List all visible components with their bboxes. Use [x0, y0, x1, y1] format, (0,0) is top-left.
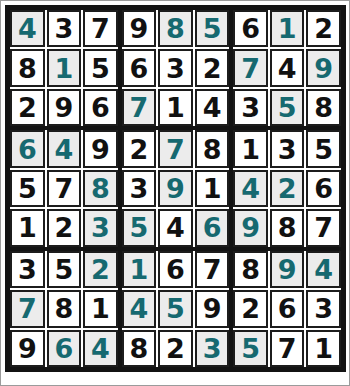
cell-r8c8[interactable]: 6	[270, 290, 305, 327]
box-0-0: 437815296	[10, 10, 118, 126]
cell-r3c7[interactable]: 3	[233, 89, 268, 126]
cell-r7c7[interactable]: 8	[233, 251, 268, 288]
cell-r4c9[interactable]: 5	[306, 130, 341, 167]
cell-r7c8[interactable]: 9	[270, 251, 305, 288]
cell-r3c5[interactable]: 1	[158, 89, 193, 126]
box-2-1: 167459823	[122, 251, 230, 367]
cell-r9c4[interactable]: 8	[122, 330, 157, 367]
cell-r6c7[interactable]: 9	[233, 209, 268, 246]
cell-r4c1[interactable]: 6	[10, 130, 45, 167]
cell-r1c8[interactable]: 1	[270, 10, 305, 47]
sudoku-board: 4378152969856327146127493586495781232783…	[5, 5, 346, 372]
cell-r7c1[interactable]: 3	[10, 251, 45, 288]
cell-r6c6[interactable]: 6	[195, 209, 230, 246]
cell-r4c6[interactable]: 8	[195, 130, 230, 167]
cell-r2c6[interactable]: 2	[195, 49, 230, 86]
cell-r2c1[interactable]: 8	[10, 49, 45, 86]
cell-r2c3[interactable]: 5	[83, 49, 118, 86]
cell-r8c5[interactable]: 5	[158, 290, 193, 327]
cell-r3c9[interactable]: 8	[306, 89, 341, 126]
cell-r2c8[interactable]: 4	[270, 49, 305, 86]
cell-r3c6[interactable]: 4	[195, 89, 230, 126]
cell-r6c3[interactable]: 3	[83, 209, 118, 246]
cell-r1c5[interactable]: 8	[158, 10, 193, 47]
cell-r2c2[interactable]: 1	[47, 49, 82, 86]
cell-r7c4[interactable]: 1	[122, 251, 157, 288]
cell-r6c4[interactable]: 5	[122, 209, 157, 246]
cell-r9c6[interactable]: 3	[195, 330, 230, 367]
cell-r5c1[interactable]: 5	[10, 170, 45, 207]
cell-r7c5[interactable]: 6	[158, 251, 193, 288]
cell-r3c2[interactable]: 9	[47, 89, 82, 126]
cell-r4c5[interactable]: 7	[158, 130, 193, 167]
cell-r7c2[interactable]: 5	[47, 251, 82, 288]
box-2-2: 894263571	[233, 251, 341, 367]
cell-r6c1[interactable]: 1	[10, 209, 45, 246]
cell-r8c9[interactable]: 3	[306, 290, 341, 327]
cell-r5c3[interactable]: 8	[83, 170, 118, 207]
cell-r7c3[interactable]: 2	[83, 251, 118, 288]
box-0-1: 985632714	[122, 10, 230, 126]
cell-r1c4[interactable]: 9	[122, 10, 157, 47]
sudoku-app-frame: 4378152969856327146127493586495781232783…	[0, 0, 350, 386]
cell-r2c7[interactable]: 7	[233, 49, 268, 86]
cell-r1c3[interactable]: 7	[83, 10, 118, 47]
cell-r6c5[interactable]: 4	[158, 209, 193, 246]
cell-r2c9[interactable]: 9	[306, 49, 341, 86]
cell-r8c4[interactable]: 4	[122, 290, 157, 327]
cell-r2c5[interactable]: 3	[158, 49, 193, 86]
cell-r5c5[interactable]: 9	[158, 170, 193, 207]
cell-r3c8[interactable]: 5	[270, 89, 305, 126]
cell-r9c8[interactable]: 7	[270, 330, 305, 367]
cell-r1c1[interactable]: 4	[10, 10, 45, 47]
box-2-0: 352781964	[10, 251, 118, 367]
box-1-0: 649578123	[10, 130, 118, 246]
cell-r9c9[interactable]: 1	[306, 330, 341, 367]
cell-r5c4[interactable]: 3	[122, 170, 157, 207]
cell-r8c2[interactable]: 8	[47, 290, 82, 327]
cell-r6c9[interactable]: 7	[306, 209, 341, 246]
cell-r9c7[interactable]: 5	[233, 330, 268, 367]
cell-r8c7[interactable]: 2	[233, 290, 268, 327]
cell-r5c9[interactable]: 6	[306, 170, 341, 207]
cell-r6c8[interactable]: 8	[270, 209, 305, 246]
cell-r9c2[interactable]: 6	[47, 330, 82, 367]
cell-r4c4[interactable]: 2	[122, 130, 157, 167]
cell-r5c2[interactable]: 7	[47, 170, 82, 207]
cell-r8c1[interactable]: 7	[10, 290, 45, 327]
cell-r5c6[interactable]: 1	[195, 170, 230, 207]
cell-r7c6[interactable]: 7	[195, 251, 230, 288]
cell-r4c8[interactable]: 3	[270, 130, 305, 167]
cell-r1c9[interactable]: 2	[306, 10, 341, 47]
cell-r8c3[interactable]: 1	[83, 290, 118, 327]
cell-r5c7[interactable]: 4	[233, 170, 268, 207]
cell-r3c1[interactable]: 2	[10, 89, 45, 126]
cell-r4c2[interactable]: 4	[47, 130, 82, 167]
cell-r5c8[interactable]: 2	[270, 170, 305, 207]
cell-r7c9[interactable]: 4	[306, 251, 341, 288]
box-1-1: 278391546	[122, 130, 230, 246]
cell-r9c1[interactable]: 9	[10, 330, 45, 367]
cell-r8c6[interactable]: 9	[195, 290, 230, 327]
cell-r1c7[interactable]: 6	[233, 10, 268, 47]
cell-r4c7[interactable]: 1	[233, 130, 268, 167]
cell-r4c3[interactable]: 9	[83, 130, 118, 167]
cell-r3c4[interactable]: 7	[122, 89, 157, 126]
box-1-2: 135426987	[233, 130, 341, 246]
cell-r1c2[interactable]: 3	[47, 10, 82, 47]
cell-r9c5[interactable]: 2	[158, 330, 193, 367]
cell-r3c3[interactable]: 6	[83, 89, 118, 126]
cell-r1c6[interactable]: 5	[195, 10, 230, 47]
cell-r9c3[interactable]: 4	[83, 330, 118, 367]
box-0-2: 612749358	[233, 10, 341, 126]
cell-r6c2[interactable]: 2	[47, 209, 82, 246]
cell-r2c4[interactable]: 6	[122, 49, 157, 86]
